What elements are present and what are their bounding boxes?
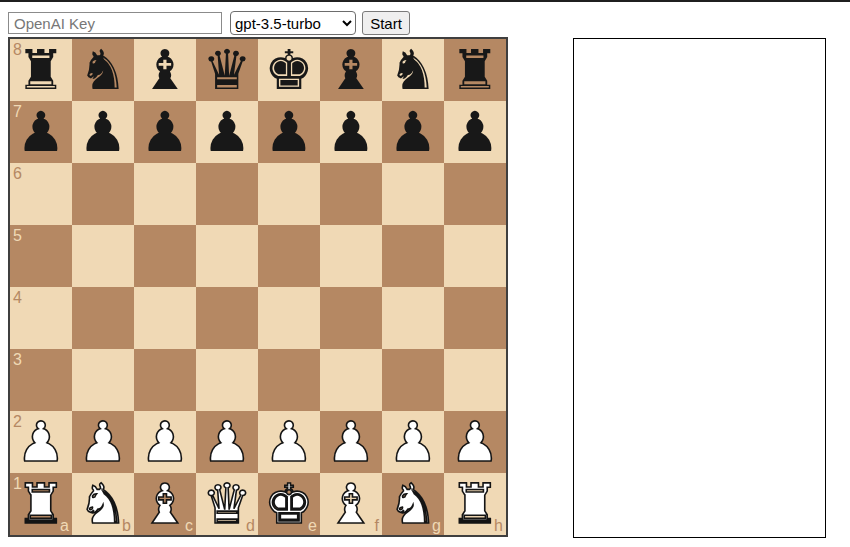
piece-black-pawn: ♟ [326, 101, 375, 163]
square-g4[interactable] [382, 287, 444, 349]
square-d8[interactable]: ♛ [196, 39, 258, 101]
piece-white-pawn: ♟ [450, 411, 499, 473]
top-border [0, 0, 850, 2]
square-f3[interactable] [320, 349, 382, 411]
square-h4[interactable] [444, 287, 506, 349]
square-b3[interactable] [72, 349, 134, 411]
rank-label-8: 8 [13, 41, 22, 58]
square-c4[interactable] [134, 287, 196, 349]
app-page: gpt-3.5-turbo Start 8♜♞♝♛♚♝♞♜7♟♟♟♟♟♟♟♟65… [0, 0, 850, 547]
square-f4[interactable] [320, 287, 382, 349]
file-label-c: c [185, 517, 193, 534]
square-c8[interactable]: ♝ [134, 39, 196, 101]
square-d6[interactable] [196, 163, 258, 225]
piece-white-pawn: ♟ [326, 411, 375, 473]
piece-black-pawn: ♟ [264, 101, 313, 163]
square-f5[interactable] [320, 225, 382, 287]
square-f1[interactable]: f♝ [320, 473, 382, 535]
piece-white-bishop: ♝ [140, 473, 189, 535]
square-f8[interactable]: ♝ [320, 39, 382, 101]
square-h1[interactable]: h♜ [444, 473, 506, 535]
square-d5[interactable] [196, 225, 258, 287]
square-a7[interactable]: 7♟ [10, 101, 72, 163]
square-b2[interactable]: ♟ [72, 411, 134, 473]
square-e2[interactable]: ♟ [258, 411, 320, 473]
square-g7[interactable]: ♟ [382, 101, 444, 163]
openai-key-input[interactable] [8, 12, 222, 34]
square-a6[interactable]: 6 [10, 163, 72, 225]
piece-black-knight: ♞ [388, 39, 437, 101]
piece-white-king: ♚ [264, 473, 313, 535]
square-f6[interactable] [320, 163, 382, 225]
square-e5[interactable] [258, 225, 320, 287]
square-h5[interactable] [444, 225, 506, 287]
square-b5[interactable] [72, 225, 134, 287]
file-label-b: b [122, 517, 131, 534]
file-label-d: d [246, 517, 255, 534]
square-f2[interactable]: ♟ [320, 411, 382, 473]
piece-black-bishop: ♝ [326, 39, 375, 101]
piece-black-king: ♚ [264, 39, 313, 101]
square-d1[interactable]: d♛ [196, 473, 258, 535]
square-d2[interactable]: ♟ [196, 411, 258, 473]
piece-black-bishop: ♝ [140, 39, 189, 101]
start-button[interactable]: Start [362, 11, 410, 35]
square-e6[interactable] [258, 163, 320, 225]
square-e4[interactable] [258, 287, 320, 349]
square-c2[interactable]: ♟ [134, 411, 196, 473]
piece-black-pawn: ♟ [140, 101, 189, 163]
square-h7[interactable]: ♟ [444, 101, 506, 163]
piece-white-pawn: ♟ [140, 411, 189, 473]
square-a2[interactable]: 2♟ [10, 411, 72, 473]
piece-black-pawn: ♟ [450, 101, 499, 163]
square-b4[interactable] [72, 287, 134, 349]
file-label-f: f [375, 517, 379, 534]
square-a3[interactable]: 3 [10, 349, 72, 411]
piece-white-bishop: ♝ [326, 473, 375, 535]
piece-white-pawn: ♟ [388, 411, 437, 473]
model-select[interactable]: gpt-3.5-turbo [230, 11, 356, 35]
piece-white-knight: ♞ [388, 473, 437, 535]
piece-white-knight: ♞ [78, 473, 127, 535]
piece-white-rook: ♜ [16, 473, 65, 535]
piece-white-queen: ♛ [202, 473, 251, 535]
square-a5[interactable]: 5 [10, 225, 72, 287]
square-g6[interactable] [382, 163, 444, 225]
file-label-a: a [60, 517, 69, 534]
rank-label-2: 2 [13, 413, 22, 430]
square-g3[interactable] [382, 349, 444, 411]
square-b1[interactable]: b♞ [72, 473, 134, 535]
square-d3[interactable] [196, 349, 258, 411]
square-h8[interactable]: ♜ [444, 39, 506, 101]
rank-label-1: 1 [13, 475, 22, 492]
square-c5[interactable] [134, 225, 196, 287]
square-a4[interactable]: 4 [10, 287, 72, 349]
square-b8[interactable]: ♞ [72, 39, 134, 101]
piece-black-queen: ♛ [202, 39, 251, 101]
square-d7[interactable]: ♟ [196, 101, 258, 163]
file-label-h: h [494, 517, 503, 534]
square-g8[interactable]: ♞ [382, 39, 444, 101]
square-g1[interactable]: g♞ [382, 473, 444, 535]
rank-label-6: 6 [13, 165, 22, 182]
piece-black-pawn: ♟ [388, 101, 437, 163]
square-e7[interactable]: ♟ [258, 101, 320, 163]
square-c1[interactable]: c♝ [134, 473, 196, 535]
square-a8[interactable]: 8♜ [10, 39, 72, 101]
square-a1[interactable]: 1a♜ [10, 473, 72, 535]
square-h2[interactable]: ♟ [444, 411, 506, 473]
square-e3[interactable] [258, 349, 320, 411]
piece-black-rook: ♜ [16, 39, 65, 101]
piece-white-pawn: ♟ [202, 411, 251, 473]
piece-black-rook: ♜ [450, 39, 499, 101]
square-g5[interactable] [382, 225, 444, 287]
square-c7[interactable]: ♟ [134, 101, 196, 163]
square-f7[interactable]: ♟ [320, 101, 382, 163]
file-label-g: g [432, 517, 441, 534]
rank-label-3: 3 [13, 351, 22, 368]
square-g2[interactable]: ♟ [382, 411, 444, 473]
square-c3[interactable] [134, 349, 196, 411]
square-b7[interactable]: ♟ [72, 101, 134, 163]
piece-white-pawn: ♟ [16, 411, 65, 473]
piece-white-pawn: ♟ [78, 411, 127, 473]
square-c6[interactable] [134, 163, 196, 225]
piece-black-pawn: ♟ [16, 101, 65, 163]
square-e8[interactable]: ♚ [258, 39, 320, 101]
square-b6[interactable] [72, 163, 134, 225]
rank-label-4: 4 [13, 289, 22, 306]
log-panel [573, 38, 826, 538]
piece-black-pawn: ♟ [202, 101, 251, 163]
rank-label-7: 7 [13, 103, 22, 120]
chess-board: 8♜♞♝♛♚♝♞♜7♟♟♟♟♟♟♟♟65432♟♟♟♟♟♟♟♟1a♜b♞c♝d♛… [8, 37, 508, 537]
piece-white-pawn: ♟ [264, 411, 313, 473]
square-h3[interactable] [444, 349, 506, 411]
file-label-e: e [308, 517, 317, 534]
square-e1[interactable]: e♚ [258, 473, 320, 535]
piece-black-knight: ♞ [78, 39, 127, 101]
square-h6[interactable] [444, 163, 506, 225]
piece-white-rook: ♜ [450, 473, 499, 535]
rank-label-5: 5 [13, 227, 22, 244]
square-d4[interactable] [196, 287, 258, 349]
piece-black-pawn: ♟ [78, 101, 127, 163]
